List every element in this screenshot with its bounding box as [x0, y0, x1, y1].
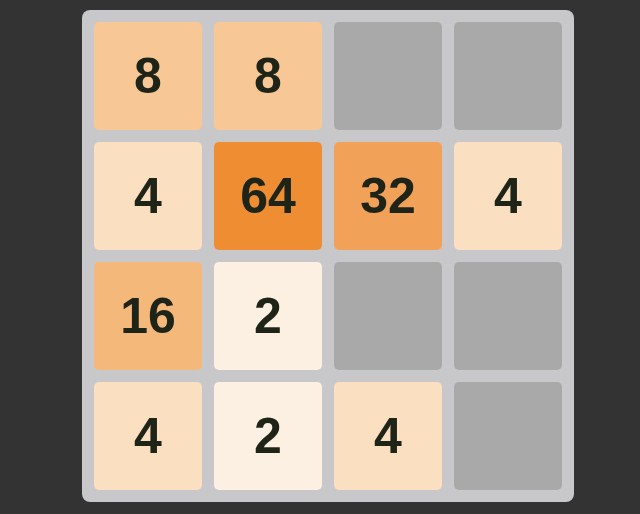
empty-cell — [454, 262, 562, 370]
tile-64: 64 — [214, 142, 322, 250]
tile-8: 8 — [214, 22, 322, 130]
tile-4: 4 — [94, 142, 202, 250]
tile-32: 32 — [334, 142, 442, 250]
tile-8: 8 — [94, 22, 202, 130]
tile-4: 4 — [334, 382, 442, 490]
empty-cell — [334, 262, 442, 370]
tile-4: 4 — [454, 142, 562, 250]
tile-2: 2 — [214, 262, 322, 370]
tile-2: 2 — [214, 382, 322, 490]
tile-4: 4 — [94, 382, 202, 490]
board-2048[interactable]: 88464324162424 — [82, 10, 574, 502]
empty-cell — [454, 382, 562, 490]
tile-16: 16 — [94, 262, 202, 370]
empty-cell — [454, 22, 562, 130]
empty-cell — [334, 22, 442, 130]
